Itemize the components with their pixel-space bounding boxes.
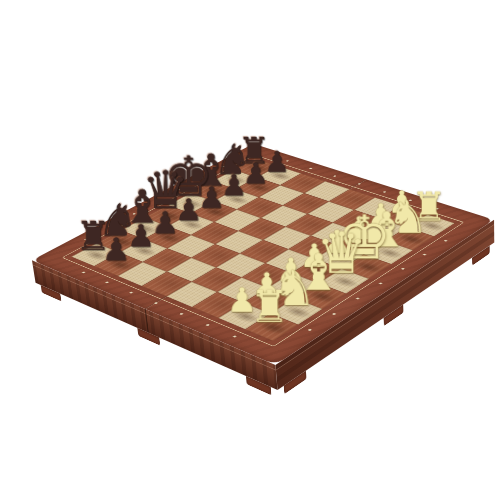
perspective-wrapper: ♜♞♝♛♚♝♞♜♟♟♟♟♟♟♟♟♟♟♟♟♟♟♟♟♜♞♝♛♚♝♞♜ — [0, 0, 500, 500]
white-rook-icon: ♜ — [220, 284, 319, 328]
hinge-tab — [137, 328, 160, 346]
foot-tab — [41, 285, 62, 302]
pieces-layer: ♜♞♝♛♚♝♞♜♟♟♟♟♟♟♟♟♟♟♟♟♟♟♟♟♜♞♝♛♚♝♞♜ — [32, 144, 494, 365]
chess-board: ♜♞♝♛♚♝♞♜♟♟♟♟♟♟♟♟♟♟♟♟♟♟♟♟♜♞♝♛♚♝♞♜ — [32, 144, 494, 365]
foot-tab — [472, 246, 490, 266]
foot-tab — [246, 376, 272, 396]
foot-tab — [284, 371, 307, 395]
hinge-seam — [145, 309, 149, 333]
product-photo-scene: ♜♞♝♛♚♝♞♜♟♟♟♟♟♟♟♟♟♟♟♟♟♟♟♟♜♞♝♛♚♝♞♜ — [0, 0, 500, 500]
black-pawn-icon: ♟ — [71, 234, 162, 265]
latch-tab — [383, 305, 403, 327]
